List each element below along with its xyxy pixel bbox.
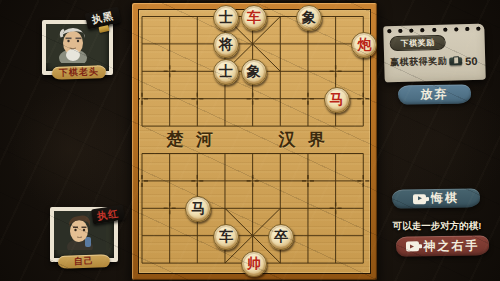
piece-character: 帅: [247, 257, 261, 271]
piece-character: 士: [219, 10, 233, 24]
reward-title-badge: 下棋奖励: [390, 35, 446, 52]
reward-note: 下棋奖励 赢棋获得奖励 50: [383, 24, 486, 83]
board-surface: 楚 河 汉 界 士车象将炮士象马马车卒帅: [138, 9, 371, 274]
piece-black-pawn[interactable]: 卒: [268, 224, 294, 250]
reward-description: 赢棋获得奖励: [390, 55, 447, 70]
piece-black-elephant[interactable]: 象: [296, 5, 322, 31]
reward-amount: 50: [465, 54, 478, 66]
piece-red-horse[interactable]: 马: [324, 87, 350, 113]
piece-black-chariot[interactable]: 车: [213, 224, 239, 250]
piece-character: 马: [330, 92, 344, 106]
god-hand-label: 神之右手: [423, 237, 479, 255]
piece-black-general[interactable]: 将: [213, 32, 239, 58]
give-up-label: 放弃: [420, 86, 448, 103]
self-name-tag: 自己: [58, 254, 110, 269]
god-hand-button[interactable]: 神之右手: [396, 235, 489, 256]
piece-character: 车: [219, 229, 233, 243]
piece-black-advisor[interactable]: 士: [213, 59, 239, 85]
piece-character: 炮: [357, 37, 371, 51]
note-holes: [387, 27, 480, 35]
piece-character: 士: [219, 65, 233, 79]
undo-move-button[interactable]: 悔棋: [392, 188, 480, 208]
piece-character: 马: [191, 202, 205, 216]
opponent-name-tag: 下棋老头: [52, 65, 106, 80]
cash-icon: [449, 55, 463, 66]
piece-black-advisor[interactable]: 士: [213, 5, 239, 31]
piece-red-chariot[interactable]: 车: [241, 5, 267, 31]
pieces-layer: 士车象将炮士象马马车卒帅: [139, 10, 370, 273]
ad-video-icon: [405, 241, 418, 251]
red-side-banner-label: 执红: [96, 206, 120, 223]
piece-red-general[interactable]: 帅: [241, 251, 267, 277]
ad-video-icon: [413, 194, 426, 204]
game-screen: 楚 河 汉 界 士车象将炮士象马马车卒帅 执黑 下棋老头: [0, 0, 500, 281]
piece-character: 象: [302, 10, 316, 24]
piece-character: 卒: [274, 229, 288, 243]
piece-character: 将: [219, 37, 233, 51]
give-up-button[interactable]: 放弃: [398, 84, 471, 104]
xiangqi-board[interactable]: 楚 河 汉 界 士车象将炮士象马马车卒帅: [130, 1, 379, 281]
piece-character: 象: [247, 65, 261, 79]
piece-black-elephant[interactable]: 象: [241, 59, 267, 85]
piece-character: 车: [247, 10, 261, 24]
undo-move-label: 悔棋: [431, 190, 459, 207]
god-hand-tip: 可以走一步对方的棋!: [381, 220, 493, 233]
piece-black-horse[interactable]: 马: [185, 196, 211, 222]
piece-red-cannon[interactable]: 炮: [351, 32, 377, 58]
old-man-portrait: [46, 24, 101, 63]
